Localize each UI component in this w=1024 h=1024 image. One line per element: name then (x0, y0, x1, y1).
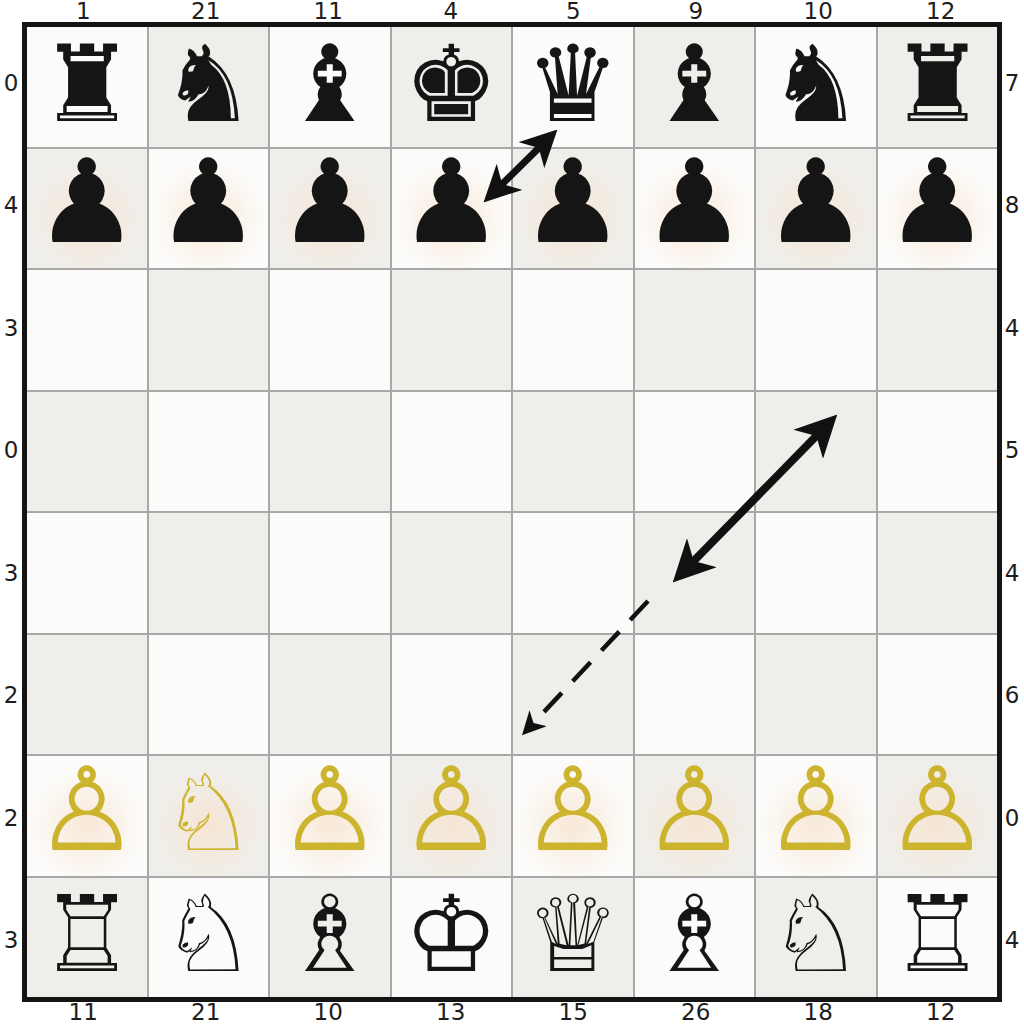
bottom-label-6: 18 (757, 1000, 880, 1024)
square-r0c1[interactable]: ♞ (149, 27, 269, 147)
square-r6c2[interactable]: ♙ (270, 756, 390, 876)
right-label-1: 8 (1000, 145, 1024, 268)
right-label-3: 5 (1000, 390, 1024, 513)
square-r3c2[interactable] (270, 392, 390, 512)
right-label-0: 7 (1000, 22, 1024, 145)
square-r3c6[interactable] (756, 392, 876, 512)
square-r6c6[interactable]: ♙ (756, 756, 876, 876)
square-r4c2[interactable] (270, 513, 390, 633)
top-label-7: 12 (880, 0, 1003, 23)
black-knight-icon: ♞ (161, 32, 256, 138)
square-r5c6[interactable] (756, 635, 876, 755)
black-pawn-icon: ♟ (278, 149, 382, 261)
bottom-label-2: 10 (267, 1000, 390, 1024)
black-pawn-icon: ♟ (156, 149, 260, 261)
right-label-2: 4 (1000, 267, 1024, 390)
bottom-label-5: 26 (635, 1000, 758, 1024)
square-r2c0[interactable] (27, 270, 147, 390)
square-r4c0[interactable] (27, 513, 147, 633)
square-r7c5[interactable]: ♗ (635, 878, 755, 998)
square-r0c6[interactable]: ♞ (756, 27, 876, 147)
white-knight-icon: ♘ (768, 882, 863, 988)
left-rank-labels: 04303223 (0, 22, 22, 1002)
square-r1c2[interactable]: ♟ (270, 149, 390, 269)
square-r1c5[interactable]: ♟ (635, 149, 755, 269)
white-king-icon: ♔ (404, 882, 499, 988)
right-label-5: 6 (1000, 635, 1024, 758)
left-label-3: 0 (0, 390, 22, 513)
gold-pawn-icon: ♙ (521, 756, 625, 868)
square-r2c3[interactable] (392, 270, 512, 390)
square-r6c7[interactable]: ♙ (878, 756, 998, 876)
square-r7c3[interactable]: ♔ (392, 878, 512, 998)
square-r1c6[interactable]: ♟ (756, 149, 876, 269)
bottom-file-labels: 1121101315261812 (22, 1000, 1002, 1024)
black-pawn-icon: ♟ (35, 149, 139, 261)
black-pawn-icon: ♟ (764, 149, 868, 261)
black-bishop-icon: ♝ (647, 32, 742, 138)
top-label-4: 5 (512, 0, 635, 23)
square-r7c2[interactable]: ♗ (270, 878, 390, 998)
bottom-label-0: 11 (22, 1000, 145, 1024)
right-label-4: 4 (1000, 512, 1024, 635)
right-label-7: 4 (1000, 880, 1024, 1003)
square-r1c4[interactable]: ♟ (513, 149, 633, 269)
square-r1c7[interactable]: ♟ (878, 149, 998, 269)
black-pawn-icon: ♟ (399, 149, 503, 261)
left-label-6: 2 (0, 757, 22, 880)
black-king-icon: ♚ (404, 32, 499, 138)
white-queen-icon: ♕ (525, 882, 620, 988)
square-r4c7[interactable] (878, 513, 998, 633)
square-r5c5[interactable] (635, 635, 755, 755)
square-r0c3[interactable]: ♚ (392, 27, 512, 147)
square-r7c0[interactable]: ♖ (27, 878, 147, 998)
square-r6c0[interactable]: ♙ (27, 756, 147, 876)
bottom-label-1: 21 (145, 1000, 268, 1024)
white-knight-icon: ♘ (161, 882, 256, 988)
square-r1c3[interactable]: ♟ (392, 149, 512, 269)
square-r3c4[interactable] (513, 392, 633, 512)
square-r0c4[interactable]: ♛ (513, 27, 633, 147)
gold-pawn-icon: ♙ (35, 756, 139, 868)
top-file-labels: 121114591012 (22, 0, 1002, 22)
square-r5c1[interactable] (149, 635, 269, 755)
square-r0c0[interactable]: ♜ (27, 27, 147, 147)
square-r5c4[interactable] (513, 635, 633, 755)
white-bishop-icon: ♗ (647, 882, 742, 988)
left-label-5: 2 (0, 635, 22, 758)
square-r5c3[interactable] (392, 635, 512, 755)
gold-knight-icon: ♘ (161, 761, 256, 867)
square-r7c6[interactable]: ♘ (756, 878, 876, 998)
square-r3c0[interactable] (27, 392, 147, 512)
square-r4c6[interactable] (756, 513, 876, 633)
square-r3c5[interactable] (635, 392, 755, 512)
square-r2c1[interactable] (149, 270, 269, 390)
chess-board: ♜♞♝♚♛♝♞♜♟♟♟♟♟♟♟♟♙♘♙♙♙♙♙♙♖♘♗♔♕♗♘♖ (22, 22, 1002, 1002)
left-label-2: 3 (0, 267, 22, 390)
black-pawn-icon: ♟ (521, 149, 625, 261)
top-label-0: 1 (22, 0, 145, 23)
square-r0c2[interactable]: ♝ (270, 27, 390, 147)
square-r4c4[interactable] (513, 513, 633, 633)
bottom-label-4: 15 (512, 1000, 635, 1024)
square-r5c2[interactable] (270, 635, 390, 755)
square-r0c7[interactable]: ♜ (878, 27, 998, 147)
square-r2c7[interactable] (878, 270, 998, 390)
square-r1c0[interactable]: ♟ (27, 149, 147, 269)
right-label-6: 0 (1000, 757, 1024, 880)
black-bishop-icon: ♝ (282, 32, 377, 138)
black-pawn-icon: ♟ (642, 149, 746, 261)
square-r6c4[interactable]: ♙ (513, 756, 633, 876)
white-bishop-icon: ♗ (282, 882, 377, 988)
black-knight-icon: ♞ (768, 32, 863, 138)
square-r7c1[interactable]: ♘ (149, 878, 269, 998)
bottom-label-7: 12 (880, 1000, 1003, 1024)
top-label-1: 21 (145, 0, 268, 23)
black-queen-icon: ♛ (525, 32, 620, 138)
square-r1c1[interactable]: ♟ (149, 149, 269, 269)
top-label-3: 4 (390, 0, 513, 23)
top-label-6: 10 (757, 0, 880, 23)
gold-pawn-icon: ♙ (399, 756, 503, 868)
left-label-4: 3 (0, 512, 22, 635)
white-rook-icon: ♖ (890, 882, 985, 988)
square-r2c4[interactable] (513, 270, 633, 390)
square-r2c2[interactable] (270, 270, 390, 390)
square-r5c0[interactable] (27, 635, 147, 755)
left-label-0: 0 (0, 22, 22, 145)
square-r3c1[interactable] (149, 392, 269, 512)
gold-pawn-icon: ♙ (885, 756, 989, 868)
square-r4c3[interactable] (392, 513, 512, 633)
top-label-5: 9 (635, 0, 758, 23)
black-pawn-icon: ♟ (885, 149, 989, 261)
square-r2c5[interactable] (635, 270, 755, 390)
top-label-2: 11 (267, 0, 390, 23)
square-r6c1[interactable]: ♘ (149, 756, 269, 876)
square-r6c5[interactable]: ♙ (635, 756, 755, 876)
white-rook-icon: ♖ (39, 882, 134, 988)
gold-pawn-icon: ♙ (764, 756, 868, 868)
square-r7c4[interactable]: ♕ (513, 878, 633, 998)
square-r4c5[interactable] (635, 513, 755, 633)
gold-pawn-icon: ♙ (278, 756, 382, 868)
bottom-label-3: 13 (390, 1000, 513, 1024)
square-r4c1[interactable] (149, 513, 269, 633)
square-r6c3[interactable]: ♙ (392, 756, 512, 876)
square-r3c7[interactable] (878, 392, 998, 512)
left-label-7: 3 (0, 880, 22, 1003)
right-rank-labels: 78454604 (1000, 22, 1024, 1002)
square-r3c3[interactable] (392, 392, 512, 512)
square-r7c7[interactable]: ♖ (878, 878, 998, 998)
square-r0c5[interactable]: ♝ (635, 27, 755, 147)
square-r2c6[interactable] (756, 270, 876, 390)
black-rook-icon: ♜ (39, 32, 134, 138)
gold-pawn-icon: ♙ (642, 756, 746, 868)
left-label-1: 4 (0, 145, 22, 268)
black-rook-icon: ♜ (890, 32, 985, 138)
square-r5c7[interactable] (878, 635, 998, 755)
